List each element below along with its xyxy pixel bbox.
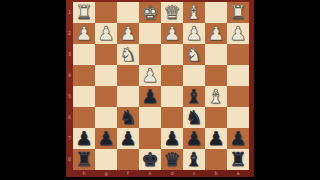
square-f5 bbox=[117, 86, 139, 107]
file-label-c: c bbox=[183, 170, 205, 177]
thumbnail-background: ♜♚♛♝♜♟♟♟♟♟♟♟♞♞♟♟♝♝♞♞♟♟♟♟♟♟♟♜♚♛♝♜ 1234567… bbox=[0, 0, 320, 180]
file-label-e: e bbox=[139, 170, 161, 177]
rank-label-5: 5 bbox=[66, 86, 73, 107]
square-c1: ♝ bbox=[183, 2, 205, 23]
piece-white-knight-c3: ♞ bbox=[183, 44, 205, 65]
square-h1: ♜ bbox=[73, 2, 95, 23]
chessboard-frame: ♜♚♛♝♜♟♟♟♟♟♟♟♞♞♟♟♝♝♞♞♟♟♟♟♟♟♟♜♚♛♝♜ 1234567… bbox=[66, 0, 254, 177]
square-e7 bbox=[139, 128, 161, 149]
piece-black-queen-d8: ♛ bbox=[161, 149, 183, 170]
piece-white-rook-h1: ♜ bbox=[73, 2, 95, 23]
square-f7: ♟ bbox=[117, 128, 139, 149]
file-label-a: a bbox=[227, 170, 249, 177]
square-c4 bbox=[183, 65, 205, 86]
square-d3 bbox=[161, 44, 183, 65]
piece-black-rook-a8: ♜ bbox=[227, 149, 249, 170]
piece-white-bishop-c1: ♝ bbox=[183, 2, 205, 23]
square-b8 bbox=[205, 149, 227, 170]
square-a6 bbox=[227, 107, 249, 128]
piece-black-pawn-f7: ♟ bbox=[117, 128, 139, 149]
square-d5 bbox=[161, 86, 183, 107]
square-c5: ♝ bbox=[183, 86, 205, 107]
rank-label-2: 2 bbox=[66, 23, 73, 44]
square-g6 bbox=[95, 107, 117, 128]
square-b1 bbox=[205, 2, 227, 23]
square-e1: ♚ bbox=[139, 2, 161, 23]
square-b6 bbox=[205, 107, 227, 128]
piece-white-rook-a1: ♜ bbox=[227, 2, 249, 23]
square-h2: ♟ bbox=[73, 23, 95, 44]
piece-black-pawn-d7: ♟ bbox=[161, 128, 183, 149]
piece-black-pawn-b7: ♟ bbox=[205, 128, 227, 149]
piece-white-pawn-h2: ♟ bbox=[73, 23, 95, 44]
piece-white-knight-f3: ♞ bbox=[117, 44, 139, 65]
rank-label-8: 8 bbox=[66, 149, 73, 170]
square-g5 bbox=[95, 86, 117, 107]
square-d1: ♛ bbox=[161, 2, 183, 23]
square-f3: ♞ bbox=[117, 44, 139, 65]
square-b4 bbox=[205, 65, 227, 86]
square-f6: ♞ bbox=[117, 107, 139, 128]
square-f8 bbox=[117, 149, 139, 170]
piece-black-bishop-c5: ♝ bbox=[183, 86, 205, 107]
square-b7: ♟ bbox=[205, 128, 227, 149]
piece-black-pawn-e5: ♟ bbox=[139, 86, 161, 107]
square-d6 bbox=[161, 107, 183, 128]
square-g3 bbox=[95, 44, 117, 65]
rank-label-6: 6 bbox=[66, 107, 73, 128]
piece-white-pawn-g2: ♟ bbox=[95, 23, 117, 44]
square-a3 bbox=[227, 44, 249, 65]
square-h4 bbox=[73, 65, 95, 86]
square-f1 bbox=[117, 2, 139, 23]
square-a8: ♜ bbox=[227, 149, 249, 170]
square-f4 bbox=[117, 65, 139, 86]
square-h7: ♟ bbox=[73, 128, 95, 149]
square-b2: ♟ bbox=[205, 23, 227, 44]
square-h3 bbox=[73, 44, 95, 65]
file-label-g: g bbox=[95, 170, 117, 177]
square-h8: ♜ bbox=[73, 149, 95, 170]
square-g4 bbox=[95, 65, 117, 86]
square-h5 bbox=[73, 86, 95, 107]
piece-white-king-e1: ♚ bbox=[139, 2, 161, 23]
square-f2: ♟ bbox=[117, 23, 139, 44]
square-c7: ♟ bbox=[183, 128, 205, 149]
file-label-f: f bbox=[117, 170, 139, 177]
piece-white-pawn-e4: ♟ bbox=[139, 65, 161, 86]
piece-black-bishop-c8: ♝ bbox=[183, 149, 205, 170]
square-h6 bbox=[73, 107, 95, 128]
piece-black-knight-c6: ♞ bbox=[183, 107, 205, 128]
square-d2: ♟ bbox=[161, 23, 183, 44]
piece-white-queen-d1: ♛ bbox=[161, 2, 183, 23]
square-g8 bbox=[95, 149, 117, 170]
piece-white-pawn-d2: ♟ bbox=[161, 23, 183, 44]
square-a2: ♟ bbox=[227, 23, 249, 44]
square-a1: ♜ bbox=[227, 2, 249, 23]
square-b5: ♝ bbox=[205, 86, 227, 107]
square-g2: ♟ bbox=[95, 23, 117, 44]
square-a7: ♟ bbox=[227, 128, 249, 149]
square-g1 bbox=[95, 2, 117, 23]
rank-label-4: 4 bbox=[66, 65, 73, 86]
piece-black-pawn-a7: ♟ bbox=[227, 128, 249, 149]
square-c8: ♝ bbox=[183, 149, 205, 170]
rank-label-3: 3 bbox=[66, 44, 73, 65]
square-e3 bbox=[139, 44, 161, 65]
square-e4: ♟ bbox=[139, 65, 161, 86]
rank-label-7: 7 bbox=[66, 128, 73, 149]
square-g7: ♟ bbox=[95, 128, 117, 149]
piece-black-pawn-c7: ♟ bbox=[183, 128, 205, 149]
square-a4 bbox=[227, 65, 249, 86]
square-e6 bbox=[139, 107, 161, 128]
piece-white-pawn-a2: ♟ bbox=[227, 23, 249, 44]
square-e8: ♚ bbox=[139, 149, 161, 170]
piece-white-pawn-b2: ♟ bbox=[205, 23, 227, 44]
piece-white-pawn-f2: ♟ bbox=[117, 23, 139, 44]
chessboard: ♜♚♛♝♜♟♟♟♟♟♟♟♞♞♟♟♝♝♞♞♟♟♟♟♟♟♟♜♚♛♝♜ bbox=[73, 2, 249, 170]
square-d8: ♛ bbox=[161, 149, 183, 170]
square-e5: ♟ bbox=[139, 86, 161, 107]
square-c6: ♞ bbox=[183, 107, 205, 128]
file-label-d: d bbox=[161, 170, 183, 177]
piece-black-pawn-h7: ♟ bbox=[73, 128, 95, 149]
square-b3 bbox=[205, 44, 227, 65]
square-a5 bbox=[227, 86, 249, 107]
square-c2: ♟ bbox=[183, 23, 205, 44]
square-d4 bbox=[161, 65, 183, 86]
piece-black-king-e8: ♚ bbox=[139, 149, 161, 170]
square-d7: ♟ bbox=[161, 128, 183, 149]
piece-black-pawn-g7: ♟ bbox=[95, 128, 117, 149]
piece-black-rook-h8: ♜ bbox=[73, 149, 95, 170]
piece-white-bishop-b5: ♝ bbox=[205, 86, 227, 107]
file-label-b: b bbox=[205, 170, 227, 177]
piece-black-knight-f6: ♞ bbox=[117, 107, 139, 128]
piece-white-pawn-c2: ♟ bbox=[183, 23, 205, 44]
rank-label-1: 1 bbox=[66, 2, 73, 23]
square-c3: ♞ bbox=[183, 44, 205, 65]
square-e2 bbox=[139, 23, 161, 44]
file-label-h: h bbox=[73, 170, 95, 177]
